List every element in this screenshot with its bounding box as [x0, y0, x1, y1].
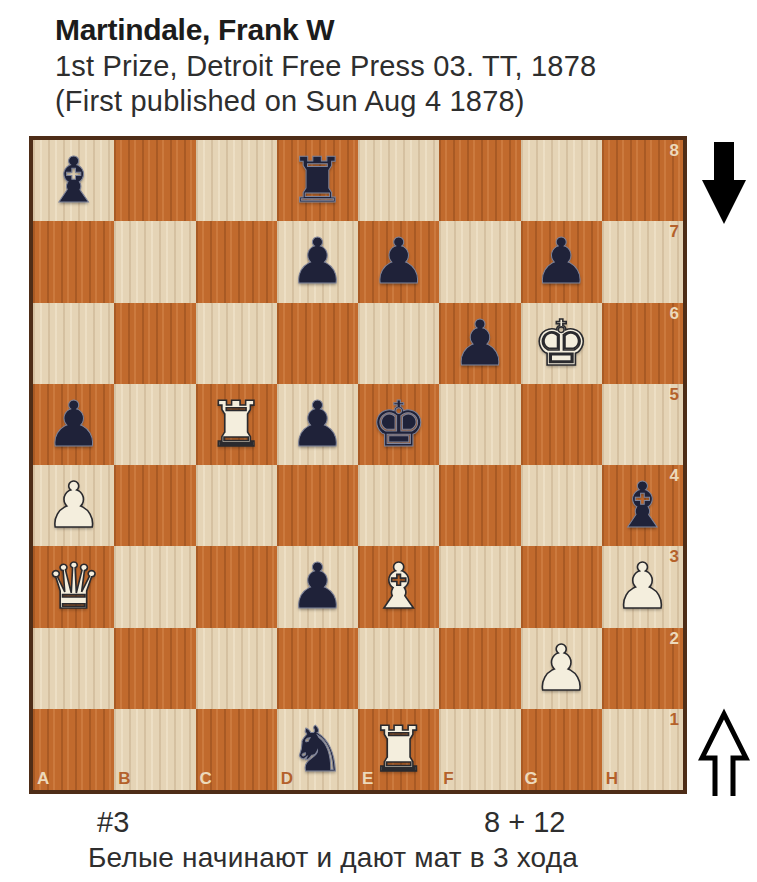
square-h7[interactable]: 7	[602, 221, 683, 302]
file-label-f: F	[443, 769, 453, 789]
square-e2[interactable]	[358, 628, 439, 709]
square-g3[interactable]	[521, 546, 602, 627]
square-b4[interactable]	[114, 465, 195, 546]
square-d1[interactable]: D♞	[277, 709, 358, 790]
rank-label-8: 8	[670, 141, 679, 161]
square-f4[interactable]	[439, 465, 520, 546]
square-h4[interactable]: 4♝	[602, 465, 683, 546]
square-c5[interactable]: ♜	[196, 384, 277, 465]
caption-russian: Белые начинают и дают мат в 3 хода	[88, 842, 578, 874]
piece-black-pawn[interactable]: ♟	[521, 221, 602, 302]
rank-label-1: 1	[670, 710, 679, 730]
file-label-a: A	[37, 769, 49, 789]
square-g5[interactable]	[521, 384, 602, 465]
piece-black-pawn[interactable]: ♟	[33, 384, 114, 465]
square-c6[interactable]	[196, 303, 277, 384]
square-b8[interactable]	[114, 140, 195, 221]
square-e5[interactable]: ♚	[358, 384, 439, 465]
square-d2[interactable]	[277, 628, 358, 709]
square-f1[interactable]: F	[439, 709, 520, 790]
square-b2[interactable]	[114, 628, 195, 709]
square-d4[interactable]	[277, 465, 358, 546]
square-e8[interactable]	[358, 140, 439, 221]
square-f8[interactable]	[439, 140, 520, 221]
piece-white-queen[interactable]: ♛	[33, 546, 114, 627]
piece-white-bishop[interactable]: ♝	[358, 546, 439, 627]
square-g1[interactable]: G	[521, 709, 602, 790]
rank-label-6: 6	[670, 304, 679, 324]
chess-board: ♝♜8♟♟♟7♟♚6♟♜♟♚5♟4♝♛♟♝3♟♟2ABCD♞E♜FGH1	[33, 140, 683, 790]
square-b6[interactable]	[114, 303, 195, 384]
square-d6[interactable]	[277, 303, 358, 384]
file-label-h: H	[606, 769, 618, 789]
piece-black-king[interactable]: ♚	[358, 384, 439, 465]
square-e3[interactable]: ♝	[358, 546, 439, 627]
square-c4[interactable]	[196, 465, 277, 546]
square-c1[interactable]: C	[196, 709, 277, 790]
black-moves-down-arrow-icon	[700, 142, 748, 230]
piece-white-king[interactable]: ♚	[521, 303, 602, 384]
material-count: 8 + 12	[484, 806, 565, 839]
square-g4[interactable]	[521, 465, 602, 546]
square-h6[interactable]: 6	[602, 303, 683, 384]
square-g8[interactable]	[521, 140, 602, 221]
rank-label-5: 5	[670, 385, 679, 405]
square-a1[interactable]: A	[33, 709, 114, 790]
square-e4[interactable]	[358, 465, 439, 546]
square-c8[interactable]	[196, 140, 277, 221]
square-f2[interactable]	[439, 628, 520, 709]
prize-subtitle: 1st Prize, Detroit Free Press 03. TT, 18…	[55, 49, 695, 84]
piece-white-pawn[interactable]: ♟	[602, 546, 683, 627]
square-a2[interactable]	[33, 628, 114, 709]
piece-black-pawn[interactable]: ♟	[439, 303, 520, 384]
square-h3[interactable]: 3♟	[602, 546, 683, 627]
square-e6[interactable]	[358, 303, 439, 384]
square-b5[interactable]	[114, 384, 195, 465]
rank-label-2: 2	[670, 629, 679, 649]
chess-board-frame: ♝♜8♟♟♟7♟♚6♟♜♟♚5♟4♝♛♟♝3♟♟2ABCD♞E♜FGH1	[29, 136, 687, 794]
square-c2[interactable]	[196, 628, 277, 709]
rank-label-7: 7	[670, 222, 679, 242]
square-g6[interactable]: ♚	[521, 303, 602, 384]
square-f7[interactable]	[439, 221, 520, 302]
white-moves-up-arrow-icon	[698, 706, 750, 802]
square-h1[interactable]: H1	[602, 709, 683, 790]
square-c7[interactable]	[196, 221, 277, 302]
page-title: Martindale, Frank W	[55, 12, 695, 49]
square-a8[interactable]: ♝	[33, 140, 114, 221]
square-f3[interactable]	[439, 546, 520, 627]
square-d8[interactable]: ♜	[277, 140, 358, 221]
square-b7[interactable]	[114, 221, 195, 302]
square-c3[interactable]	[196, 546, 277, 627]
square-d3[interactable]: ♟	[277, 546, 358, 627]
square-a4[interactable]: ♟	[33, 465, 114, 546]
square-e1[interactable]: E♜	[358, 709, 439, 790]
square-b3[interactable]	[114, 546, 195, 627]
piece-black-bishop[interactable]: ♝	[33, 140, 114, 221]
piece-black-pawn[interactable]: ♟	[358, 221, 439, 302]
square-e7[interactable]: ♟	[358, 221, 439, 302]
square-g2[interactable]: ♟	[521, 628, 602, 709]
header: Martindale, Frank W 1st Prize, Detroit F…	[55, 12, 695, 119]
piece-black-knight[interactable]: ♞	[277, 709, 358, 790]
piece-white-rook[interactable]: ♜	[358, 709, 439, 790]
square-h5[interactable]: 5	[602, 384, 683, 465]
file-label-b: B	[118, 769, 130, 789]
square-d5[interactable]: ♟	[277, 384, 358, 465]
square-a6[interactable]	[33, 303, 114, 384]
piece-black-pawn[interactable]: ♟	[277, 384, 358, 465]
stipulation-mate-in-3: #3	[97, 806, 129, 839]
square-h2[interactable]: 2	[602, 628, 683, 709]
square-g7[interactable]: ♟	[521, 221, 602, 302]
square-a3[interactable]: ♛	[33, 546, 114, 627]
file-label-c: C	[200, 769, 212, 789]
piece-black-bishop[interactable]: ♝	[602, 465, 683, 546]
piece-black-pawn[interactable]: ♟	[277, 221, 358, 302]
piece-white-pawn[interactable]: ♟	[33, 465, 114, 546]
piece-black-pawn[interactable]: ♟	[277, 546, 358, 627]
square-f6[interactable]: ♟	[439, 303, 520, 384]
square-d7[interactable]: ♟	[277, 221, 358, 302]
square-h8[interactable]: 8	[602, 140, 683, 221]
square-a5[interactable]: ♟	[33, 384, 114, 465]
piece-white-pawn[interactable]: ♟	[521, 628, 602, 709]
piece-white-rook[interactable]: ♜	[196, 384, 277, 465]
puzzle-page: Martindale, Frank W 1st Prize, Detroit F…	[0, 0, 757, 882]
square-b1[interactable]: B	[114, 709, 195, 790]
square-f5[interactable]	[439, 384, 520, 465]
square-a7[interactable]	[33, 221, 114, 302]
file-label-g: G	[525, 769, 538, 789]
piece-black-rook[interactable]: ♜	[277, 140, 358, 221]
published-note: (First published on Sun Aug 4 1878)	[55, 84, 695, 119]
